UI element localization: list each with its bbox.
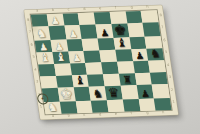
square-b5[interactable]: ♝ bbox=[52, 51, 70, 63]
square-h6[interactable] bbox=[145, 36, 163, 48]
square-d5[interactable] bbox=[84, 50, 102, 62]
square-d1[interactable] bbox=[91, 100, 109, 112]
file-label-top-e: e bbox=[99, 8, 102, 12]
square-d4[interactable] bbox=[85, 62, 103, 74]
black-bishop-piece[interactable]: ♝ bbox=[74, 74, 86, 86]
square-b6[interactable]: ♟ bbox=[50, 40, 68, 52]
white-pawn-piece[interactable]: ♟ bbox=[54, 41, 64, 51]
square-d3[interactable] bbox=[87, 74, 105, 86]
square-h3[interactable] bbox=[150, 72, 168, 84]
black-queen-piece[interactable]: ♛ bbox=[107, 86, 120, 99]
square-c5[interactable]: ♟ bbox=[68, 51, 86, 63]
square-g3[interactable] bbox=[134, 73, 152, 85]
rank-label-2: 2 bbox=[38, 93, 41, 97]
rank-label-6: 6 bbox=[30, 43, 33, 47]
square-h5[interactable]: ♞ bbox=[147, 48, 165, 60]
square-c4[interactable] bbox=[70, 63, 88, 75]
square-a3[interactable] bbox=[40, 76, 58, 88]
black-rook-piece[interactable]: ♜ bbox=[122, 74, 133, 85]
black-pawn-piece[interactable]: ♟ bbox=[135, 50, 145, 60]
rank-label-right-5: 5 bbox=[165, 51, 168, 55]
black-knight-piece[interactable]: ♞ bbox=[149, 48, 161, 60]
square-h4[interactable] bbox=[148, 60, 166, 72]
square-f4[interactable] bbox=[117, 61, 135, 73]
square-g1[interactable] bbox=[138, 99, 156, 111]
file-label-top-a: a bbox=[36, 10, 39, 14]
file-label-top-f: f bbox=[115, 7, 117, 11]
square-h2[interactable] bbox=[152, 84, 170, 98]
square-e6[interactable] bbox=[98, 38, 116, 50]
square-g8[interactable] bbox=[125, 11, 143, 23]
file-label-e: e bbox=[115, 113, 118, 117]
white-pawn-piece[interactable]: ♟ bbox=[72, 53, 82, 63]
square-a1[interactable]: ♞ bbox=[44, 102, 62, 114]
black-king-piece[interactable]: ♚ bbox=[113, 22, 128, 36]
file-label-top-d: d bbox=[83, 8, 86, 12]
white-pawn-piece[interactable]: ♟ bbox=[50, 15, 60, 25]
square-h8[interactable] bbox=[141, 10, 159, 22]
board-grid: ♟♞♟♟♚♟♟♝♝♝♟♟♞♝♜♚♞♛♟♞ bbox=[31, 10, 172, 114]
file-label-top-b: b bbox=[52, 9, 55, 13]
square-b8[interactable]: ♟ bbox=[46, 14, 64, 26]
square-c3[interactable]: ♝ bbox=[71, 75, 89, 87]
file-label-g: g bbox=[146, 112, 149, 116]
square-d6[interactable] bbox=[82, 38, 100, 50]
rank-label-right-2: 2 bbox=[171, 88, 174, 92]
square-e3[interactable] bbox=[103, 74, 121, 86]
black-knight-piece[interactable]: ♞ bbox=[92, 88, 104, 100]
square-h7[interactable] bbox=[143, 22, 161, 36]
square-f1[interactable] bbox=[123, 99, 141, 111]
square-b4[interactable] bbox=[54, 63, 72, 75]
rank-label-1: 1 bbox=[40, 105, 43, 109]
file-label-c: c bbox=[83, 114, 85, 118]
rank-label-right-8: 8 bbox=[159, 14, 162, 18]
square-g5[interactable]: ♟ bbox=[131, 49, 149, 61]
square-g4[interactable] bbox=[133, 61, 151, 73]
square-a4[interactable] bbox=[38, 64, 56, 76]
square-f5[interactable] bbox=[115, 49, 133, 61]
rank-label-right-7: 7 bbox=[161, 26, 164, 30]
square-b1[interactable] bbox=[60, 101, 78, 113]
rank-label-7: 7 bbox=[29, 31, 32, 35]
file-label-b: b bbox=[67, 114, 70, 118]
white-pawn-piece[interactable]: ♟ bbox=[68, 29, 78, 39]
square-c1[interactable] bbox=[75, 101, 93, 113]
file-label-h: h bbox=[162, 111, 165, 115]
square-h1[interactable] bbox=[154, 98, 172, 110]
square-a6[interactable]: ♟ bbox=[35, 40, 53, 52]
black-bishop-piece[interactable]: ♝ bbox=[116, 37, 128, 49]
black-pawn-piece[interactable]: ♟ bbox=[100, 28, 110, 38]
square-b3[interactable] bbox=[56, 75, 74, 87]
square-a5[interactable]: ♝ bbox=[36, 52, 54, 64]
white-pawn-piece[interactable]: ♟ bbox=[38, 42, 48, 52]
square-f3[interactable]: ♜ bbox=[119, 73, 137, 85]
rank-label-right-1: 1 bbox=[172, 101, 175, 105]
square-f8[interactable] bbox=[109, 11, 127, 23]
square-c8[interactable] bbox=[62, 13, 80, 25]
file-label-top-g: g bbox=[130, 7, 133, 11]
square-c6[interactable] bbox=[66, 39, 84, 51]
square-g6[interactable] bbox=[129, 37, 147, 49]
chess-board[interactable]: ♟♞♟♟♚♟♟♝♝♝♟♟♞♝♜♚♞♛♟♞ ✦ aabbccddeeffgghh8… bbox=[24, 5, 178, 119]
black-pawn-piece[interactable]: ♟ bbox=[140, 88, 150, 98]
rank-label-8: 8 bbox=[27, 18, 30, 22]
square-e4[interactable] bbox=[101, 62, 119, 74]
file-label-f: f bbox=[130, 112, 132, 116]
white-knight-piece[interactable]: ♞ bbox=[46, 101, 58, 113]
rank-label-3: 3 bbox=[36, 81, 39, 85]
white-king-piece[interactable]: ♚ bbox=[59, 86, 74, 100]
square-e1[interactable] bbox=[107, 100, 125, 112]
file-label-a: a bbox=[52, 115, 55, 119]
rank-label-5: 5 bbox=[32, 56, 35, 60]
white-bishop-piece[interactable]: ♝ bbox=[39, 52, 51, 64]
square-e8[interactable] bbox=[94, 12, 112, 24]
file-label-top-c: c bbox=[68, 9, 70, 13]
rank-label-right-4: 4 bbox=[167, 63, 170, 67]
square-e5[interactable] bbox=[99, 50, 117, 62]
file-label-d: d bbox=[99, 113, 102, 117]
square-f6[interactable]: ♝ bbox=[113, 37, 131, 49]
rank-label-right-3: 3 bbox=[169, 76, 172, 80]
file-label-top-h: h bbox=[146, 6, 149, 10]
photo-scene: ♟♞♟♟♚♟♟♝♝♝♟♟♞♝♜♚♞♛♟♞ ✦ aabbccddeeffgghh8… bbox=[0, 0, 200, 134]
rank-label-right-6: 6 bbox=[163, 39, 166, 43]
rank-label-4: 4 bbox=[34, 68, 37, 72]
white-bishop-piece[interactable]: ♝ bbox=[55, 51, 67, 63]
square-d8[interactable] bbox=[78, 13, 96, 25]
